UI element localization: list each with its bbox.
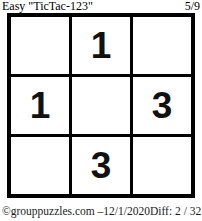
cell-r3c1[interactable] [11, 137, 69, 194]
cell-r1c2: 1 [72, 17, 130, 74]
puzzle-page: Easy "TicTac-123" 5/9 1 1 3 3 ©grouppuzz… [0, 0, 202, 221]
cell-r3c2: 3 [72, 137, 130, 194]
cell-r2c1: 1 [11, 77, 69, 134]
copyright-text: ©grouppuzzles.com – [2, 204, 103, 218]
difficulty-text: Diff: 2 / 32 [150, 204, 201, 218]
cell-r2c3: 3 [133, 77, 191, 134]
cell-r1c3[interactable] [133, 17, 191, 74]
cell-r3c3[interactable] [133, 137, 191, 194]
tictac-123-board: 1 1 3 3 [7, 13, 195, 198]
header-row: Easy "TicTac-123" 5/9 [2, 0, 200, 13]
footer-row: ©grouppuzzles.com – 12/1/2020 Diff: 2 / … [2, 204, 200, 218]
cell-r1c1[interactable] [11, 17, 69, 74]
page-title: Easy "TicTac-123" [2, 0, 93, 13]
puzzle-date: 12/1/2020 [103, 204, 150, 218]
cell-r2c2[interactable] [72, 77, 130, 134]
page-number: 5/9 [185, 0, 200, 13]
